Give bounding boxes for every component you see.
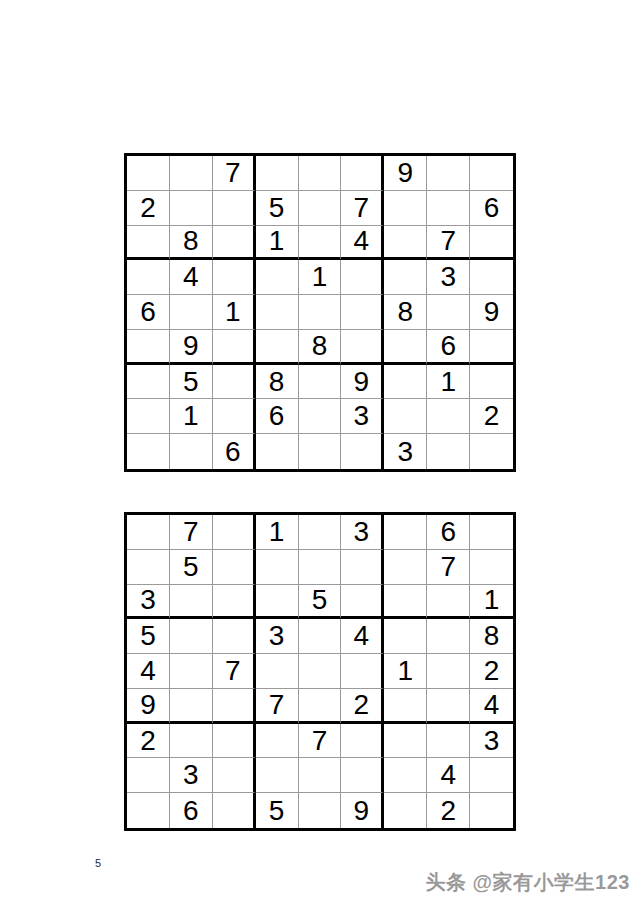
sudoku-cell-r5c3: 1 <box>213 295 256 330</box>
sudoku-cell-r4c1 <box>127 260 170 295</box>
sudoku-cell-r3c6 <box>341 585 384 620</box>
sudoku-cell-r6c3 <box>213 689 256 724</box>
sudoku-cell-r5c7: 8 <box>384 295 427 330</box>
sudoku-cell-r7c6: 9 <box>341 365 384 400</box>
sudoku-cell-r6c7 <box>384 689 427 724</box>
sudoku-cell-r5c5 <box>299 295 342 330</box>
worksheet-page: 792576814741361899865891163263 713657351… <box>0 0 640 906</box>
sudoku-cell-r8c2: 3 <box>170 758 213 793</box>
sudoku-cell-r4c2: 4 <box>170 260 213 295</box>
sudoku-cell-r3c5 <box>299 226 342 261</box>
sudoku-cell-r1c1 <box>127 515 170 550</box>
sudoku-cell-r9c1 <box>127 793 170 828</box>
sudoku-cell-r1c6: 3 <box>341 515 384 550</box>
sudoku-cell-r7c8: 1 <box>427 365 470 400</box>
page-number: 5 <box>95 857 101 869</box>
sudoku-cell-r1c9 <box>470 515 513 550</box>
sudoku-cell-r4c9: 8 <box>470 619 513 654</box>
sudoku-cell-r2c7 <box>384 550 427 585</box>
sudoku-cell-r8c4: 6 <box>256 399 299 434</box>
sudoku-cell-r5c9: 9 <box>470 295 513 330</box>
sudoku-cell-r2c1 <box>127 550 170 585</box>
sudoku-cell-r4c8: 3 <box>427 260 470 295</box>
sudoku-grid-top: 792576814741361899865891163263 <box>124 153 516 472</box>
sudoku-cell-r3c7 <box>384 585 427 620</box>
sudoku-cell-r8c7 <box>384 399 427 434</box>
sudoku-cell-r2c9: 6 <box>470 191 513 226</box>
sudoku-cell-r9c9 <box>470 434 513 469</box>
sudoku-cell-r2c4 <box>256 550 299 585</box>
sudoku-cell-r8c4 <box>256 758 299 793</box>
sudoku-cell-r1c1 <box>127 156 170 191</box>
sudoku-cell-r2c8: 7 <box>427 550 470 585</box>
sudoku-cell-r7c2: 5 <box>170 365 213 400</box>
sudoku-cell-r6c9: 4 <box>470 689 513 724</box>
sudoku-cell-r3c3 <box>213 226 256 261</box>
sudoku-cell-r9c8 <box>427 434 470 469</box>
sudoku-cell-r9c2 <box>170 434 213 469</box>
sudoku-cell-r3c4: 1 <box>256 226 299 261</box>
sudoku-cell-r6c8: 6 <box>427 330 470 365</box>
sudoku-cell-r3c2 <box>170 585 213 620</box>
sudoku-cell-r6c2: 9 <box>170 330 213 365</box>
sudoku-cell-r8c9 <box>470 758 513 793</box>
sudoku-cell-r8c1 <box>127 399 170 434</box>
sudoku-cell-r7c5: 7 <box>299 724 342 759</box>
sudoku-cell-r2c6: 7 <box>341 191 384 226</box>
sudoku-cell-r6c2 <box>170 689 213 724</box>
sudoku-cell-r6c5: 8 <box>299 330 342 365</box>
sudoku-cell-r2c2: 5 <box>170 550 213 585</box>
toutiao-watermark: 头条 @家有小学生123 <box>426 869 630 896</box>
sudoku-cell-r5c8 <box>427 295 470 330</box>
sudoku-cell-r1c5 <box>299 515 342 550</box>
sudoku-cell-r9c3 <box>213 793 256 828</box>
sudoku-cell-r4c9 <box>470 260 513 295</box>
sudoku-cell-r8c2: 1 <box>170 399 213 434</box>
sudoku-cell-r7c9 <box>470 365 513 400</box>
sudoku-cell-r9c5 <box>299 434 342 469</box>
sudoku-cell-r2c7 <box>384 191 427 226</box>
sudoku-cell-r2c8 <box>427 191 470 226</box>
sudoku-cell-r9c4: 5 <box>256 793 299 828</box>
sudoku-cell-r1c3: 7 <box>213 156 256 191</box>
sudoku-cell-r2c1: 2 <box>127 191 170 226</box>
sudoku-cell-r1c2 <box>170 156 213 191</box>
sudoku-cell-r5c9: 2 <box>470 654 513 689</box>
sudoku-cell-r7c3 <box>213 365 256 400</box>
sudoku-cell-r8c9: 2 <box>470 399 513 434</box>
sudoku-cell-r6c8 <box>427 689 470 724</box>
sudoku-cell-r8c6 <box>341 758 384 793</box>
sudoku-cell-r4c8 <box>427 619 470 654</box>
sudoku-cell-r3c9 <box>470 226 513 261</box>
sudoku-cell-r7c2 <box>170 724 213 759</box>
sudoku-cell-r5c2 <box>170 654 213 689</box>
sudoku-cell-r7c9: 3 <box>470 724 513 759</box>
sudoku-cell-r9c4 <box>256 434 299 469</box>
sudoku-cell-r9c6 <box>341 434 384 469</box>
sudoku-cell-r1c9 <box>470 156 513 191</box>
sudoku-cell-r3c1 <box>127 226 170 261</box>
sudoku-cell-r4c5: 1 <box>299 260 342 295</box>
sudoku-cell-r8c3 <box>213 399 256 434</box>
sudoku-cell-r3c5: 5 <box>299 585 342 620</box>
sudoku-cell-r8c5 <box>299 758 342 793</box>
sudoku-cell-r8c8 <box>427 399 470 434</box>
sudoku-cell-r9c6: 9 <box>341 793 384 828</box>
sudoku-cell-r7c5 <box>299 365 342 400</box>
sudoku-cell-r7c7 <box>384 365 427 400</box>
sudoku-cell-r6c9 <box>470 330 513 365</box>
sudoku-cell-r4c6 <box>341 260 384 295</box>
sudoku-cell-r6c5 <box>299 689 342 724</box>
sudoku-cell-r6c4 <box>256 330 299 365</box>
sudoku-cell-r5c5 <box>299 654 342 689</box>
sudoku-cell-r5c4 <box>256 654 299 689</box>
sudoku-cell-r1c4 <box>256 156 299 191</box>
sudoku-cell-r8c7 <box>384 758 427 793</box>
sudoku-cell-r3c8 <box>427 585 470 620</box>
sudoku-cell-r7c1: 2 <box>127 724 170 759</box>
sudoku-cell-r7c8 <box>427 724 470 759</box>
sudoku-cell-r3c8: 7 <box>427 226 470 261</box>
sudoku-cell-r9c7: 3 <box>384 434 427 469</box>
sudoku-cell-r1c2: 7 <box>170 515 213 550</box>
sudoku-cell-r2c2 <box>170 191 213 226</box>
sudoku-cell-r2c9 <box>470 550 513 585</box>
sudoku-cell-r9c8: 2 <box>427 793 470 828</box>
sudoku-cell-r4c7 <box>384 260 427 295</box>
sudoku-cell-r4c4 <box>256 260 299 295</box>
sudoku-cell-r9c1 <box>127 434 170 469</box>
sudoku-cell-r7c4 <box>256 724 299 759</box>
sudoku-cell-r3c3 <box>213 585 256 620</box>
sudoku-cell-r1c8 <box>427 156 470 191</box>
sudoku-cell-r5c1: 4 <box>127 654 170 689</box>
sudoku-cell-r2c6 <box>341 550 384 585</box>
sudoku-cell-r3c7 <box>384 226 427 261</box>
sudoku-cell-r6c4: 7 <box>256 689 299 724</box>
sudoku-cell-r5c8 <box>427 654 470 689</box>
sudoku-cell-r5c7: 1 <box>384 654 427 689</box>
sudoku-cell-r7c6 <box>341 724 384 759</box>
sudoku-cell-r4c1: 5 <box>127 619 170 654</box>
sudoku-cell-r9c5 <box>299 793 342 828</box>
sudoku-cell-r4c5 <box>299 619 342 654</box>
sudoku-cell-r3c6: 4 <box>341 226 384 261</box>
sudoku-cell-r9c7 <box>384 793 427 828</box>
sudoku-cell-r5c1: 6 <box>127 295 170 330</box>
sudoku-cell-r4c7 <box>384 619 427 654</box>
sudoku-cell-r7c3 <box>213 724 256 759</box>
sudoku-cell-r2c5 <box>299 550 342 585</box>
sudoku-cell-r2c5 <box>299 191 342 226</box>
sudoku-cell-r6c7 <box>384 330 427 365</box>
sudoku-cell-r3c1: 3 <box>127 585 170 620</box>
sudoku-cell-r5c2 <box>170 295 213 330</box>
sudoku-cell-r7c1 <box>127 365 170 400</box>
sudoku-cell-r1c5 <box>299 156 342 191</box>
sudoku-cell-r6c1 <box>127 330 170 365</box>
sudoku-cell-r4c2 <box>170 619 213 654</box>
sudoku-cell-r1c7: 9 <box>384 156 427 191</box>
sudoku-cell-r2c4: 5 <box>256 191 299 226</box>
sudoku-cell-r2c3 <box>213 550 256 585</box>
sudoku-cell-r6c6 <box>341 330 384 365</box>
sudoku-cell-r3c2: 8 <box>170 226 213 261</box>
sudoku-cell-r6c3 <box>213 330 256 365</box>
sudoku-cell-r1c3 <box>213 515 256 550</box>
sudoku-cell-r1c7 <box>384 515 427 550</box>
sudoku-cell-r3c9: 1 <box>470 585 513 620</box>
sudoku-cell-r1c8: 6 <box>427 515 470 550</box>
sudoku-cell-r5c4 <box>256 295 299 330</box>
sudoku-grid-bottom: 713657351534847129724273346592 <box>124 512 516 831</box>
sudoku-cell-r2c3 <box>213 191 256 226</box>
sudoku-cell-r6c6: 2 <box>341 689 384 724</box>
sudoku-cell-r7c7 <box>384 724 427 759</box>
sudoku-cell-r9c3: 6 <box>213 434 256 469</box>
sudoku-cell-r1c4: 1 <box>256 515 299 550</box>
sudoku-cell-r9c2: 6 <box>170 793 213 828</box>
sudoku-cell-r6c1: 9 <box>127 689 170 724</box>
sudoku-cell-r8c3 <box>213 758 256 793</box>
sudoku-cell-r1c6 <box>341 156 384 191</box>
sudoku-cell-r5c3: 7 <box>213 654 256 689</box>
sudoku-cell-r4c3 <box>213 260 256 295</box>
sudoku-cell-r8c5 <box>299 399 342 434</box>
sudoku-cell-r7c4: 8 <box>256 365 299 400</box>
sudoku-cell-r9c9 <box>470 793 513 828</box>
sudoku-cell-r8c6: 3 <box>341 399 384 434</box>
sudoku-cell-r4c6: 4 <box>341 619 384 654</box>
sudoku-cell-r5c6 <box>341 654 384 689</box>
sudoku-cell-r3c4 <box>256 585 299 620</box>
sudoku-cell-r8c1 <box>127 758 170 793</box>
sudoku-cell-r8c8: 4 <box>427 758 470 793</box>
sudoku-cell-r5c6 <box>341 295 384 330</box>
sudoku-cell-r4c4: 3 <box>256 619 299 654</box>
sudoku-cell-r4c3 <box>213 619 256 654</box>
